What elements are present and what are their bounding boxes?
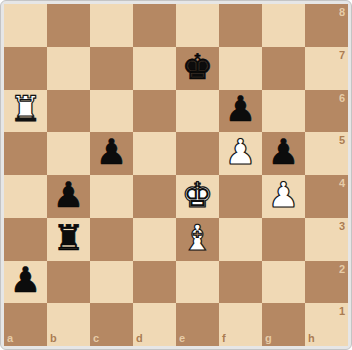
- square-e5[interactable]: [176, 132, 219, 175]
- black-rook-b3[interactable]: ♜: [53, 221, 84, 256]
- square-c3[interactable]: [90, 218, 133, 261]
- square-c4[interactable]: [90, 175, 133, 218]
- square-c8[interactable]: [90, 4, 133, 47]
- square-b3[interactable]: ♜: [47, 218, 90, 261]
- square-b1[interactable]: b: [47, 303, 90, 346]
- square-h5[interactable]: 5: [305, 132, 348, 175]
- file-label-c: c: [93, 333, 99, 344]
- white-bishop-e3[interactable]: ♝: [182, 221, 213, 256]
- square-c1[interactable]: c: [90, 303, 133, 346]
- file-label-h: h: [308, 333, 315, 344]
- square-f8[interactable]: [219, 4, 262, 47]
- square-h1[interactable]: h1: [305, 303, 348, 346]
- square-e4[interactable]: ♚: [176, 175, 219, 218]
- square-h8[interactable]: 8: [305, 4, 348, 47]
- square-d7[interactable]: [133, 47, 176, 90]
- square-b4[interactable]: ♟: [47, 175, 90, 218]
- square-g1[interactable]: g: [262, 303, 305, 346]
- rank-label-2: 2: [339, 264, 345, 275]
- black-pawn-a2[interactable]: ♟: [10, 263, 41, 298]
- square-h4[interactable]: 4: [305, 175, 348, 218]
- square-b6[interactable]: [47, 90, 90, 133]
- rank-label-7: 7: [339, 50, 345, 61]
- square-g4[interactable]: ♟: [262, 175, 305, 218]
- white-pawn-f5[interactable]: ♟: [225, 135, 256, 170]
- square-d5[interactable]: [133, 132, 176, 175]
- square-h7[interactable]: 7: [305, 47, 348, 90]
- square-a6[interactable]: ♜: [4, 90, 47, 133]
- rank-label-6: 6: [339, 93, 345, 104]
- file-label-g: g: [265, 333, 272, 344]
- square-c2[interactable]: [90, 261, 133, 304]
- square-d2[interactable]: [133, 261, 176, 304]
- square-h3[interactable]: 3: [305, 218, 348, 261]
- square-g6[interactable]: [262, 90, 305, 133]
- square-d1[interactable]: d: [133, 303, 176, 346]
- square-g5[interactable]: ♟: [262, 132, 305, 175]
- square-e3[interactable]: ♝: [176, 218, 219, 261]
- black-king-e7[interactable]: ♚: [182, 50, 213, 85]
- square-f5[interactable]: ♟: [219, 132, 262, 175]
- file-label-e: e: [179, 333, 185, 344]
- square-c6[interactable]: [90, 90, 133, 133]
- square-f3[interactable]: [219, 218, 262, 261]
- file-label-d: d: [136, 333, 143, 344]
- black-pawn-b4[interactable]: ♟: [53, 178, 84, 213]
- square-f6[interactable]: ♟: [219, 90, 262, 133]
- board-frame: 8♚7♜♟6♟♟♟5♟♚♟4♜♝3♟2abcdefgh1: [0, 0, 352, 350]
- square-h6[interactable]: 6: [305, 90, 348, 133]
- file-label-f: f: [222, 333, 226, 344]
- rank-label-1: 1: [339, 306, 345, 317]
- square-b7[interactable]: [47, 47, 90, 90]
- square-b8[interactable]: [47, 4, 90, 47]
- square-a1[interactable]: a: [4, 303, 47, 346]
- square-h2[interactable]: 2: [305, 261, 348, 304]
- square-e8[interactable]: [176, 4, 219, 47]
- white-rook-a6[interactable]: ♜: [10, 92, 41, 127]
- square-a3[interactable]: [4, 218, 47, 261]
- square-f2[interactable]: [219, 261, 262, 304]
- square-g3[interactable]: [262, 218, 305, 261]
- square-b2[interactable]: [47, 261, 90, 304]
- square-e2[interactable]: [176, 261, 219, 304]
- square-d8[interactable]: [133, 4, 176, 47]
- square-a4[interactable]: [4, 175, 47, 218]
- white-pawn-g4[interactable]: ♟: [268, 178, 299, 213]
- black-pawn-f6[interactable]: ♟: [225, 92, 256, 127]
- square-d6[interactable]: [133, 90, 176, 133]
- square-a2[interactable]: ♟: [4, 261, 47, 304]
- square-a7[interactable]: [4, 47, 47, 90]
- square-d4[interactable]: [133, 175, 176, 218]
- black-pawn-g5[interactable]: ♟: [268, 135, 299, 170]
- square-f1[interactable]: f: [219, 303, 262, 346]
- rank-label-3: 3: [339, 221, 345, 232]
- square-d3[interactable]: [133, 218, 176, 261]
- square-g2[interactable]: [262, 261, 305, 304]
- square-f4[interactable]: [219, 175, 262, 218]
- square-g7[interactable]: [262, 47, 305, 90]
- square-c7[interactable]: [90, 47, 133, 90]
- square-g8[interactable]: [262, 4, 305, 47]
- square-e7[interactable]: ♚: [176, 47, 219, 90]
- rank-label-4: 4: [339, 178, 345, 189]
- file-label-a: a: [7, 333, 13, 344]
- square-e6[interactable]: [176, 90, 219, 133]
- square-e1[interactable]: e: [176, 303, 219, 346]
- white-king-e4[interactable]: ♚: [182, 178, 213, 213]
- black-pawn-c5[interactable]: ♟: [96, 135, 127, 170]
- square-c5[interactable]: ♟: [90, 132, 133, 175]
- square-a8[interactable]: [4, 4, 47, 47]
- square-f7[interactable]: [219, 47, 262, 90]
- chess-board: 8♚7♜♟6♟♟♟5♟♚♟4♜♝3♟2abcdefgh1: [4, 4, 348, 346]
- file-label-b: b: [50, 333, 57, 344]
- rank-label-8: 8: [339, 7, 345, 18]
- rank-label-5: 5: [339, 135, 345, 146]
- square-a5[interactable]: [4, 132, 47, 175]
- square-b5[interactable]: [47, 132, 90, 175]
